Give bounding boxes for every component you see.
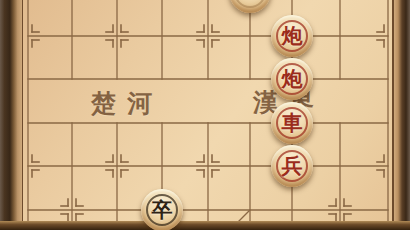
piece-red-cannon-2[interactable]: 炮 [271, 58, 313, 100]
piece-character: 炮 [282, 26, 303, 47]
board-grid [0, 0, 410, 230]
piece-red-soldier[interactable]: 兵 [271, 145, 313, 187]
piece-character: 車 [282, 113, 303, 134]
piece-red-chariot[interactable]: 車 [271, 102, 313, 144]
piece-character: 炮 [282, 69, 303, 90]
board-right-edge [394, 0, 410, 230]
river-label-chu-he: 楚河 [91, 91, 163, 116]
piece-ring [234, 0, 266, 8]
piece-red-cannon-1[interactable]: 炮 [271, 15, 313, 57]
xiangqi-screen: 楚河 漢界 炮炮車兵卒 [0, 0, 410, 230]
board-bottom-edge [0, 221, 410, 230]
board-left-edge [0, 0, 22, 230]
piece-character: 兵 [282, 156, 303, 177]
piece-black-soldier[interactable]: 卒 [141, 189, 183, 230]
piece-character: 卒 [152, 200, 173, 221]
